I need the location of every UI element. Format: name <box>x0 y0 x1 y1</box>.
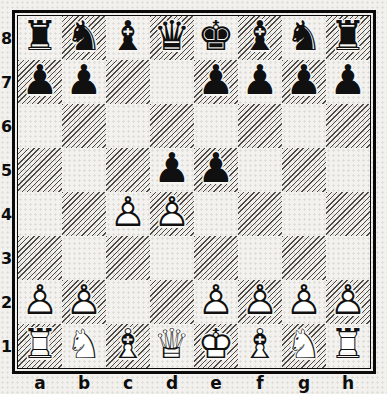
white-piece-outline: ♗ <box>110 324 147 366</box>
square-a1[interactable]: ♜♖ <box>18 324 62 368</box>
black-piece-glyph: ♟ <box>22 60 59 102</box>
white-piece-outline: ♙ <box>66 280 103 322</box>
black-piece-glyph: ♞ <box>286 16 323 58</box>
square-g6[interactable] <box>282 104 326 148</box>
black-pawn-d5[interactable]: ♟ <box>150 148 194 192</box>
square-f6[interactable] <box>238 104 282 148</box>
file-label-e: e <box>194 373 238 393</box>
square-h6[interactable] <box>326 104 370 148</box>
square-c1[interactable]: ♝♗ <box>106 324 150 368</box>
square-a8[interactable]: ♜ <box>18 16 62 60</box>
square-f3[interactable] <box>238 236 282 280</box>
square-a3[interactable] <box>18 236 62 280</box>
square-e5[interactable]: ♟ <box>194 148 238 192</box>
white-piece-outline: ♙ <box>286 280 323 322</box>
white-queen-d1[interactable]: ♛♕ <box>150 324 194 368</box>
square-d3[interactable] <box>150 236 194 280</box>
square-g2[interactable]: ♟♙ <box>282 280 326 324</box>
board-grid: ♜♞♝♛♚♝♞♜♟♟♟♟♟♟♟♟♟♙♟♙♟♙♟♙♟♙♟♙♟♙♟♙♜♖♞♘♝♗♛♕… <box>18 16 370 368</box>
white-king-e1[interactable]: ♚♔ <box>194 324 238 368</box>
square-f5[interactable] <box>238 148 282 192</box>
square-b1[interactable]: ♞♘ <box>62 324 106 368</box>
square-e8[interactable]: ♚ <box>194 16 238 60</box>
chess-diagram-page: 87654321 ♜♞♝♛♚♝♞♜♟♟♟♟♟♟♟♟♟♙♟♙♟♙♟♙♟♙♟♙♟♙♟… <box>0 0 387 394</box>
black-piece-glyph: ♟ <box>198 148 235 190</box>
black-piece-glyph: ♞ <box>66 16 103 58</box>
square-e1[interactable]: ♚♔ <box>194 324 238 368</box>
square-g7[interactable]: ♟ <box>282 60 326 104</box>
white-pawn-g2[interactable]: ♟♙ <box>282 280 326 324</box>
square-b2[interactable]: ♟♙ <box>62 280 106 324</box>
square-e7[interactable]: ♟ <box>194 60 238 104</box>
square-c5[interactable] <box>106 148 150 192</box>
square-d2[interactable] <box>150 280 194 324</box>
black-piece-glyph: ♝ <box>110 16 147 58</box>
white-piece-outline: ♖ <box>22 324 59 366</box>
white-piece-outline: ♘ <box>286 324 323 366</box>
black-piece-glyph: ♝ <box>242 16 279 58</box>
white-pawn-a2[interactable]: ♟♙ <box>18 280 62 324</box>
square-b8[interactable]: ♞ <box>62 16 106 60</box>
square-a2[interactable]: ♟♙ <box>18 280 62 324</box>
file-label-d: d <box>150 373 194 393</box>
square-c8[interactable]: ♝ <box>106 16 150 60</box>
white-knight-b1[interactable]: ♞♘ <box>62 324 106 368</box>
white-piece-outline: ♙ <box>242 280 279 322</box>
square-g5[interactable] <box>282 148 326 192</box>
black-pawn-g7[interactable]: ♟ <box>282 60 326 104</box>
black-knight-g8[interactable]: ♞ <box>282 16 326 60</box>
white-piece-outline: ♙ <box>154 192 191 234</box>
white-pawn-h2[interactable]: ♟♙ <box>326 280 370 324</box>
black-piece-glyph: ♟ <box>198 60 235 102</box>
white-piece-outline: ♙ <box>330 280 367 322</box>
square-b3[interactable] <box>62 236 106 280</box>
square-c3[interactable] <box>106 236 150 280</box>
square-b4[interactable] <box>62 192 106 236</box>
square-g4[interactable] <box>282 192 326 236</box>
square-a4[interactable] <box>18 192 62 236</box>
square-d8[interactable]: ♛ <box>150 16 194 60</box>
file-labels: abcdefgh <box>18 373 370 393</box>
white-piece-outline: ♙ <box>110 192 147 234</box>
black-piece-glyph: ♚ <box>198 16 235 58</box>
square-h2[interactable]: ♟♙ <box>326 280 370 324</box>
square-a5[interactable] <box>18 148 62 192</box>
white-pawn-b2[interactable]: ♟♙ <box>62 280 106 324</box>
square-b6[interactable] <box>62 104 106 148</box>
square-c7[interactable] <box>106 60 150 104</box>
square-e6[interactable] <box>194 104 238 148</box>
white-bishop-f1[interactable]: ♝♗ <box>238 324 282 368</box>
file-label-a: a <box>18 373 62 393</box>
white-pawn-d4[interactable]: ♟♙ <box>150 192 194 236</box>
white-piece-outline: ♔ <box>198 324 235 366</box>
square-c6[interactable] <box>106 104 150 148</box>
white-piece-outline: ♖ <box>330 324 367 366</box>
black-piece-glyph: ♟ <box>286 60 323 102</box>
board-frame: ♜♞♝♛♚♝♞♜♟♟♟♟♟♟♟♟♟♙♟♙♟♙♟♙♟♙♟♙♟♙♟♙♜♖♞♘♝♗♛♕… <box>12 10 376 374</box>
square-g8[interactable]: ♞ <box>282 16 326 60</box>
file-label-f: f <box>238 373 282 393</box>
square-h8[interactable]: ♜ <box>326 16 370 60</box>
white-pawn-e2[interactable]: ♟♙ <box>194 280 238 324</box>
square-f8[interactable]: ♝ <box>238 16 282 60</box>
square-d5[interactable]: ♟ <box>150 148 194 192</box>
square-d4[interactable]: ♟♙ <box>150 192 194 236</box>
board-border-inner: ♜♞♝♛♚♝♞♜♟♟♟♟♟♟♟♟♟♙♟♙♟♙♟♙♟♙♟♙♟♙♟♙♜♖♞♘♝♗♛♕… <box>17 15 371 369</box>
square-b5[interactable] <box>62 148 106 192</box>
white-piece-outline: ♗ <box>242 324 279 366</box>
black-king-e8[interactable]: ♚ <box>194 16 238 60</box>
black-rook-h8[interactable]: ♜ <box>326 16 370 60</box>
black-pawn-b7[interactable]: ♟ <box>62 60 106 104</box>
white-knight-g1[interactable]: ♞♘ <box>282 324 326 368</box>
black-pawn-a7[interactable]: ♟ <box>18 60 62 104</box>
file-label-h: h <box>326 373 370 393</box>
black-piece-glyph: ♟ <box>154 148 191 190</box>
white-pawn-f2[interactable]: ♟♙ <box>238 280 282 324</box>
black-piece-glyph: ♛ <box>154 16 191 58</box>
white-piece-outline: ♙ <box>198 280 235 322</box>
black-rook-a8[interactable]: ♜ <box>18 16 62 60</box>
square-f7[interactable]: ♟ <box>238 60 282 104</box>
file-label-c: c <box>106 373 150 393</box>
square-h3[interactable] <box>326 236 370 280</box>
black-knight-b8[interactable]: ♞ <box>62 16 106 60</box>
black-pawn-h7[interactable]: ♟ <box>326 60 370 104</box>
square-a6[interactable] <box>18 104 62 148</box>
file-label-g: g <box>282 373 326 393</box>
file-label-b: b <box>62 373 106 393</box>
square-f2[interactable]: ♟♙ <box>238 280 282 324</box>
square-e2[interactable]: ♟♙ <box>194 280 238 324</box>
white-bishop-c1[interactable]: ♝♗ <box>106 324 150 368</box>
square-a7[interactable]: ♟ <box>18 60 62 104</box>
square-f4[interactable] <box>238 192 282 236</box>
square-d1[interactable]: ♛♕ <box>150 324 194 368</box>
square-f1[interactable]: ♝♗ <box>238 324 282 368</box>
white-pawn-c4[interactable]: ♟♙ <box>106 192 150 236</box>
square-h1[interactable]: ♜♖ <box>326 324 370 368</box>
black-pawn-f7[interactable]: ♟ <box>238 60 282 104</box>
square-h4[interactable] <box>326 192 370 236</box>
white-rook-a1[interactable]: ♜♖ <box>18 324 62 368</box>
square-e3[interactable] <box>194 236 238 280</box>
black-piece-glyph: ♜ <box>330 16 367 58</box>
black-bishop-c8[interactable]: ♝ <box>106 16 150 60</box>
square-e4[interactable] <box>194 192 238 236</box>
square-c2[interactable] <box>106 280 150 324</box>
square-g1[interactable]: ♞♘ <box>282 324 326 368</box>
square-h7[interactable]: ♟ <box>326 60 370 104</box>
square-d7[interactable] <box>150 60 194 104</box>
square-b7[interactable]: ♟ <box>62 60 106 104</box>
square-d6[interactable] <box>150 104 194 148</box>
square-h5[interactable] <box>326 148 370 192</box>
black-pawn-e5[interactable]: ♟ <box>194 148 238 192</box>
black-piece-glyph: ♟ <box>66 60 103 102</box>
white-piece-outline: ♘ <box>66 324 103 366</box>
square-g3[interactable] <box>282 236 326 280</box>
black-pawn-e7[interactable]: ♟ <box>194 60 238 104</box>
white-piece-outline: ♕ <box>154 324 191 366</box>
black-bishop-f8[interactable]: ♝ <box>238 16 282 60</box>
black-piece-glyph: ♜ <box>22 16 59 58</box>
white-piece-outline: ♙ <box>22 280 59 322</box>
white-rook-h1[interactable]: ♜♖ <box>326 324 370 368</box>
black-piece-glyph: ♟ <box>330 60 367 102</box>
black-queen-d8[interactable]: ♛ <box>150 16 194 60</box>
black-piece-glyph: ♟ <box>242 60 279 102</box>
square-c4[interactable]: ♟♙ <box>106 192 150 236</box>
